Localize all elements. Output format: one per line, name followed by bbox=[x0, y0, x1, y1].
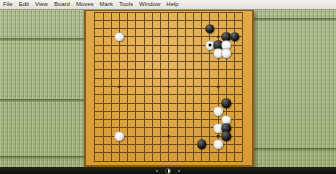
status-bar bbox=[0, 167, 336, 174]
grid-line-horizontal bbox=[94, 94, 243, 95]
grid-line-vertical bbox=[177, 12, 178, 162]
black-stone bbox=[205, 24, 215, 34]
board-grid[interactable] bbox=[86, 11, 252, 165]
status-dot-right-icon[interactable] bbox=[178, 170, 180, 172]
star-point bbox=[167, 36, 170, 39]
status-dot-left-icon[interactable] bbox=[156, 170, 158, 172]
star-point bbox=[217, 85, 220, 88]
grid-line-horizontal bbox=[94, 161, 243, 162]
menu-item-moves[interactable]: Moves bbox=[75, 0, 95, 9]
menu-item-help[interactable]: Help bbox=[165, 0, 179, 9]
tatami-seam bbox=[0, 38, 86, 41]
white-stone bbox=[115, 32, 125, 42]
grid-line-vertical bbox=[185, 12, 186, 162]
last-move-marker bbox=[208, 44, 211, 47]
tatami-right bbox=[254, 10, 336, 167]
menu-item-board[interactable]: Board bbox=[53, 0, 71, 9]
tatami-seam bbox=[254, 148, 336, 151]
go-board[interactable] bbox=[84, 10, 254, 167]
black-stone bbox=[222, 98, 232, 108]
star-point bbox=[118, 85, 121, 88]
grid-line-vertical bbox=[242, 12, 243, 162]
menu-item-file[interactable]: File bbox=[2, 0, 14, 9]
menu-item-edit[interactable]: Edit bbox=[18, 0, 30, 9]
turn-indicator-stone-icon[interactable] bbox=[165, 168, 171, 174]
desk-background bbox=[0, 10, 336, 167]
black-stone bbox=[197, 140, 207, 150]
tatami-seam bbox=[0, 156, 86, 159]
white-stone bbox=[213, 107, 223, 117]
app-window: FileEditViewBoardMovesMarkToolsWindowHel… bbox=[0, 0, 336, 174]
tatami-seam bbox=[0, 99, 86, 102]
star-point bbox=[217, 36, 220, 39]
star-point bbox=[167, 85, 170, 88]
menu-bar: FileEditViewBoardMovesMarkToolsWindowHel… bbox=[0, 0, 336, 10]
black-stone bbox=[222, 131, 232, 141]
menu-item-tools[interactable]: Tools bbox=[118, 0, 134, 9]
grid-line-vertical bbox=[193, 12, 194, 162]
menu-item-window[interactable]: Window bbox=[138, 0, 161, 9]
menu-item-view[interactable]: View bbox=[34, 0, 49, 9]
star-point bbox=[217, 135, 220, 138]
grid-line-vertical bbox=[209, 12, 210, 162]
white-stone bbox=[213, 140, 223, 150]
tatami-left bbox=[0, 10, 86, 167]
white-stone bbox=[222, 49, 232, 59]
grid-line-horizontal bbox=[94, 152, 243, 153]
white-stone bbox=[115, 131, 125, 141]
star-point bbox=[167, 135, 170, 138]
black-stone bbox=[230, 32, 240, 42]
tatami-seam bbox=[254, 18, 336, 21]
menu-item-mark[interactable]: Mark bbox=[99, 0, 114, 9]
